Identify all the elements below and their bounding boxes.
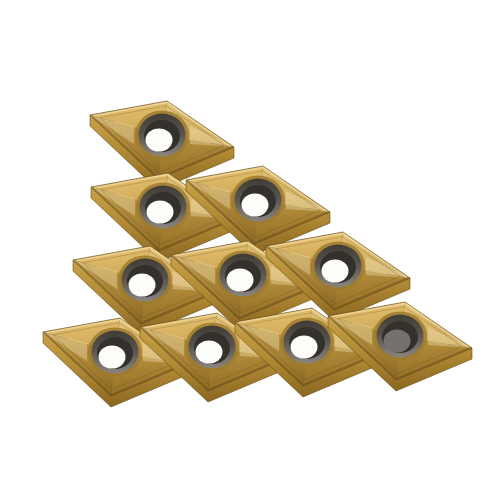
hole-through-light xyxy=(322,260,349,283)
hole-through-light xyxy=(147,201,174,224)
hole-through-light xyxy=(129,274,156,297)
hole-through-light xyxy=(242,194,269,217)
hole-through-light xyxy=(146,129,173,152)
product-photo-canvas xyxy=(0,0,500,500)
hole-through-light xyxy=(291,336,318,359)
hole-through-light xyxy=(384,330,411,353)
hole-through-light xyxy=(196,341,223,364)
hole-through-light xyxy=(99,346,126,369)
carbide-inserts-photo xyxy=(0,0,500,500)
hole-through-light xyxy=(227,269,254,292)
